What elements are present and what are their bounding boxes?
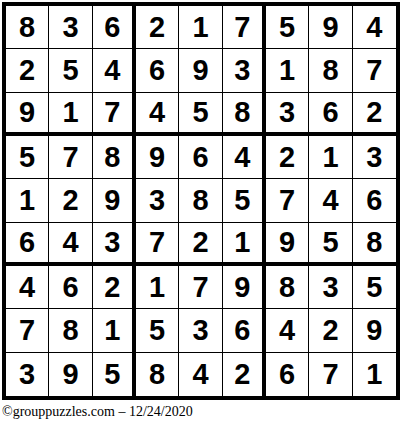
cell-r8c2: 8 <box>49 309 92 352</box>
cell-r9c2: 9 <box>49 353 92 396</box>
sudoku-board: 8362175942546931879174583625789642131293… <box>2 2 400 400</box>
cell-r1c6: 7 <box>223 6 266 49</box>
cell-r9c7: 6 <box>266 353 309 396</box>
cell-r3c2: 1 <box>49 93 92 136</box>
cell-r6c5: 2 <box>179 223 222 266</box>
cell-r7c4: 1 <box>136 266 179 309</box>
cell-r9c1: 3 <box>6 353 49 396</box>
cell-r1c3: 6 <box>93 6 136 49</box>
cell-r9c3: 5 <box>93 353 136 396</box>
cell-r5c3: 9 <box>93 179 136 222</box>
cell-r4c7: 2 <box>266 136 309 179</box>
cell-r1c8: 9 <box>309 6 352 49</box>
cell-r2c2: 5 <box>49 49 92 92</box>
cell-r7c3: 2 <box>93 266 136 309</box>
cell-r5c1: 1 <box>6 179 49 222</box>
cell-r8c8: 2 <box>309 309 352 352</box>
cell-r7c9: 5 <box>353 266 396 309</box>
cell-r6c3: 3 <box>93 223 136 266</box>
cell-r8c5: 3 <box>179 309 222 352</box>
cell-r6c7: 9 <box>266 223 309 266</box>
cell-r1c9: 4 <box>353 6 396 49</box>
cell-r9c4: 8 <box>136 353 179 396</box>
cell-r5c6: 5 <box>223 179 266 222</box>
cell-r6c8: 5 <box>309 223 352 266</box>
cell-r3c5: 5 <box>179 93 222 136</box>
cell-r5c9: 6 <box>353 179 396 222</box>
cell-r6c9: 8 <box>353 223 396 266</box>
cell-r2c6: 3 <box>223 49 266 92</box>
cell-r7c1: 4 <box>6 266 49 309</box>
cell-r4c2: 7 <box>49 136 92 179</box>
cell-r4c9: 3 <box>353 136 396 179</box>
cell-r8c7: 4 <box>266 309 309 352</box>
cell-r7c2: 6 <box>49 266 92 309</box>
cell-r6c6: 1 <box>223 223 266 266</box>
cell-r6c4: 7 <box>136 223 179 266</box>
cell-r7c6: 9 <box>223 266 266 309</box>
cell-r3c4: 4 <box>136 93 179 136</box>
cell-r9c5: 4 <box>179 353 222 396</box>
cell-r4c3: 8 <box>93 136 136 179</box>
cell-r3c3: 7 <box>93 93 136 136</box>
cell-r3c8: 6 <box>309 93 352 136</box>
cell-r2c1: 2 <box>6 49 49 92</box>
cell-r2c7: 1 <box>266 49 309 92</box>
cell-r3c1: 9 <box>6 93 49 136</box>
cell-r6c2: 4 <box>49 223 92 266</box>
cell-r2c8: 8 <box>309 49 352 92</box>
cell-r2c3: 4 <box>93 49 136 92</box>
cell-r8c1: 7 <box>6 309 49 352</box>
cell-r2c4: 6 <box>136 49 179 92</box>
cell-r5c4: 3 <box>136 179 179 222</box>
cell-r1c5: 1 <box>179 6 222 49</box>
cell-r9c8: 7 <box>309 353 352 396</box>
cell-r3c9: 2 <box>353 93 396 136</box>
cell-r9c9: 1 <box>353 353 396 396</box>
cell-r8c9: 9 <box>353 309 396 352</box>
cell-r5c8: 4 <box>309 179 352 222</box>
cell-r8c3: 1 <box>93 309 136 352</box>
cell-r9c6: 2 <box>223 353 266 396</box>
cell-r3c6: 8 <box>223 93 266 136</box>
copyright-footer: ©grouppuzzles.com – 12/24/2020 <box>2 404 193 420</box>
cell-r8c4: 5 <box>136 309 179 352</box>
cell-r5c2: 2 <box>49 179 92 222</box>
cell-r4c4: 9 <box>136 136 179 179</box>
cell-r4c1: 5 <box>6 136 49 179</box>
cell-r1c1: 8 <box>6 6 49 49</box>
cell-r2c5: 9 <box>179 49 222 92</box>
cell-r1c4: 2 <box>136 6 179 49</box>
cell-r4c6: 4 <box>223 136 266 179</box>
cell-r7c7: 8 <box>266 266 309 309</box>
cell-r1c7: 5 <box>266 6 309 49</box>
cell-r7c8: 3 <box>309 266 352 309</box>
cell-r5c5: 8 <box>179 179 222 222</box>
cell-r4c8: 1 <box>309 136 352 179</box>
sudoku-page: 8362175942546931879174583625789642131293… <box>0 0 402 424</box>
cell-r3c7: 3 <box>266 93 309 136</box>
cell-r5c7: 7 <box>266 179 309 222</box>
cell-r7c5: 7 <box>179 266 222 309</box>
cell-r4c5: 6 <box>179 136 222 179</box>
cell-r8c6: 6 <box>223 309 266 352</box>
cell-r1c2: 3 <box>49 6 92 49</box>
cell-r6c1: 6 <box>6 223 49 266</box>
cell-r2c9: 7 <box>353 49 396 92</box>
